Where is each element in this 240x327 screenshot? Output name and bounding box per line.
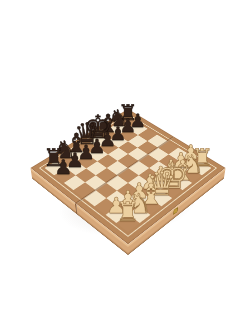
square-a4 (84, 190, 106, 206)
square-b3 (106, 190, 128, 206)
square-a7 (54, 168, 75, 183)
square-b4 (95, 183, 117, 198)
square-a3 (94, 198, 116, 214)
square-b1 (128, 206, 151, 223)
square-d2 (139, 183, 161, 198)
square-d4 (117, 168, 138, 183)
square-d3 (128, 175, 149, 190)
square-g1 (181, 168, 202, 183)
square-c2 (128, 190, 150, 206)
square-c3 (117, 183, 139, 198)
square-a2 (105, 206, 128, 223)
square-e2 (149, 175, 170, 190)
square-b5 (85, 175, 106, 190)
square-b6 (75, 168, 96, 183)
square-a5 (74, 183, 96, 198)
square-c1 (139, 198, 161, 214)
product-photo-stage: ♜︎♞︎♝︎♛︎♚︎♝︎♞︎♜︎♟︎♟︎♟︎♟︎♟︎♟︎♟︎♟︎♟︎♟︎♟︎♟︎… (0, 0, 240, 327)
square-e3 (139, 168, 160, 183)
square-b2 (117, 198, 139, 214)
square-c4 (107, 175, 128, 190)
square-c5 (96, 168, 117, 183)
brass-clasp (173, 207, 178, 215)
square-a6 (64, 175, 85, 190)
square-f1 (171, 175, 192, 190)
square-f2 (160, 168, 181, 183)
square-e1 (161, 183, 183, 198)
square-a1 (116, 215, 139, 232)
square-d1 (150, 190, 172, 206)
